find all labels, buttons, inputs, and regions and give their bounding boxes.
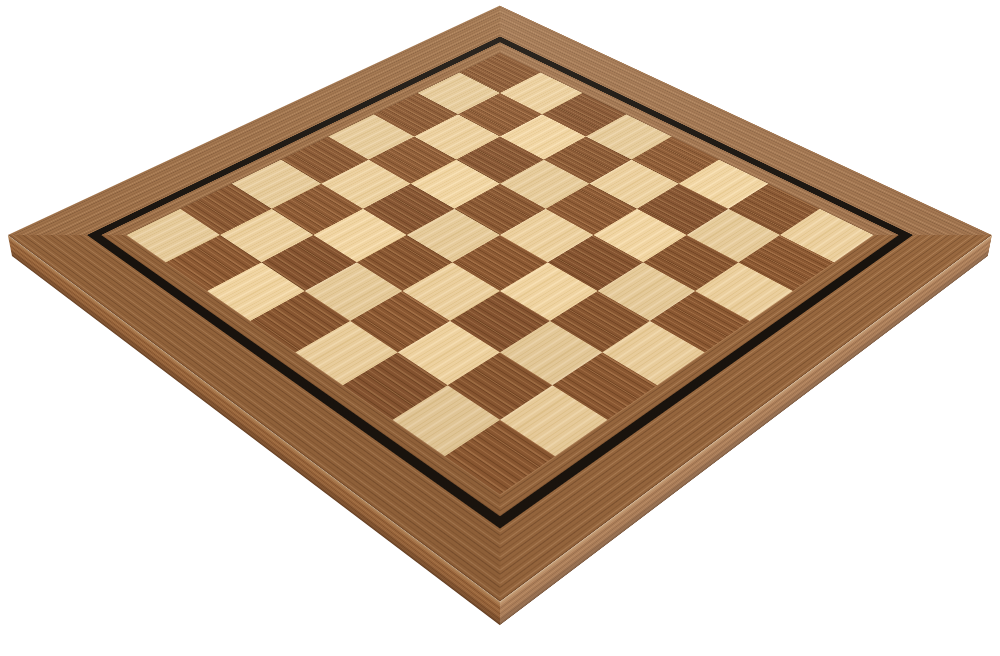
square-d3[interactable] (500, 262, 598, 321)
square-b2[interactable] (448, 352, 553, 420)
square-a3[interactable] (343, 352, 448, 420)
square-d2[interactable] (550, 291, 650, 352)
square-a7[interactable] (166, 235, 261, 291)
square-f1[interactable] (695, 262, 793, 321)
square-d1[interactable] (602, 321, 704, 385)
board-top-face (8, 6, 992, 602)
square-a2[interactable] (393, 385, 500, 456)
square-a5[interactable] (250, 291, 350, 352)
board-frame-left (8, 202, 575, 602)
chess-board (8, 6, 992, 602)
square-c3[interactable] (450, 291, 550, 352)
square-b5[interactable] (305, 262, 403, 321)
square-a6[interactable] (207, 262, 305, 321)
square-b1[interactable] (500, 385, 607, 456)
square-c1[interactable] (552, 352, 657, 420)
square-c4[interactable] (402, 262, 500, 321)
perspective-scene (0, 0, 1000, 656)
square-d4[interactable] (452, 235, 547, 291)
square-e1[interactable] (650, 291, 750, 352)
square-b6[interactable] (261, 235, 356, 291)
product-photo-stage (0, 0, 1000, 656)
square-e2[interactable] (598, 262, 696, 321)
square-e3[interactable] (548, 235, 643, 291)
square-b3[interactable] (398, 321, 500, 385)
square-a1[interactable] (445, 420, 555, 495)
square-f2[interactable] (643, 235, 738, 291)
square-c2[interactable] (500, 321, 602, 385)
square-a4[interactable] (295, 321, 397, 385)
board-frame-bottom (426, 202, 993, 602)
square-b4[interactable] (350, 291, 450, 352)
square-c5[interactable] (357, 235, 452, 291)
square-g1[interactable] (739, 235, 834, 291)
